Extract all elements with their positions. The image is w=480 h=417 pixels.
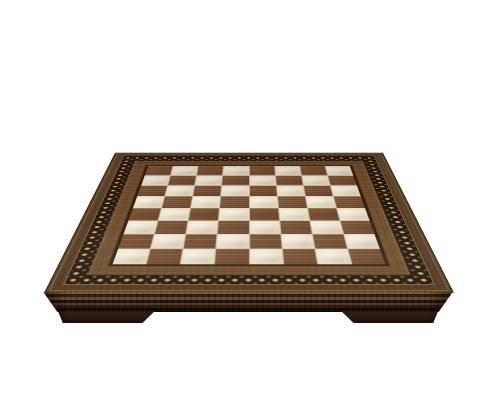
square-b3[interactable] xyxy=(155,221,188,234)
square-c6[interactable] xyxy=(193,186,221,196)
square-b2[interactable] xyxy=(151,234,185,248)
square-e6[interactable] xyxy=(249,186,276,196)
square-d3[interactable] xyxy=(218,221,248,234)
square-f7[interactable] xyxy=(276,176,303,186)
square-h5[interactable] xyxy=(334,197,365,208)
square-c8[interactable] xyxy=(197,166,223,175)
square-f2[interactable] xyxy=(281,234,314,248)
board-inlay-band xyxy=(63,156,435,285)
board-inner-frame xyxy=(87,161,411,275)
square-b6[interactable] xyxy=(165,186,194,196)
square-c5[interactable] xyxy=(191,197,220,208)
board-outer-frame xyxy=(44,153,454,293)
square-e4[interactable] xyxy=(250,208,279,220)
square-a6[interactable] xyxy=(137,186,167,196)
square-g3[interactable] xyxy=(310,221,343,234)
square-g1[interactable] xyxy=(315,249,351,264)
square-b7[interactable] xyxy=(168,176,196,186)
board-grid xyxy=(113,166,386,264)
square-e8[interactable] xyxy=(249,166,274,175)
square-d8[interactable] xyxy=(223,166,248,175)
chessboard xyxy=(44,153,454,293)
square-f4[interactable] xyxy=(279,208,309,220)
square-c4[interactable] xyxy=(189,208,219,220)
square-a1[interactable] xyxy=(113,249,150,264)
board-foot-right xyxy=(341,311,438,323)
square-c3[interactable] xyxy=(187,221,219,234)
square-c2[interactable] xyxy=(184,234,217,248)
square-a2[interactable] xyxy=(118,234,154,248)
board-foot-left xyxy=(58,311,155,323)
square-d5[interactable] xyxy=(220,197,248,208)
square-g4[interactable] xyxy=(308,208,339,220)
square-a8[interactable] xyxy=(145,166,173,175)
square-f1[interactable] xyxy=(282,249,317,264)
square-b8[interactable] xyxy=(171,166,198,175)
square-e3[interactable] xyxy=(250,221,280,234)
square-e5[interactable] xyxy=(249,197,277,208)
square-g2[interactable] xyxy=(313,234,347,248)
square-d6[interactable] xyxy=(221,186,248,196)
square-h6[interactable] xyxy=(331,186,361,196)
square-b5[interactable] xyxy=(162,197,192,208)
square-h7[interactable] xyxy=(328,176,357,186)
square-h3[interactable] xyxy=(340,221,374,234)
square-h1[interactable] xyxy=(348,249,385,264)
square-d4[interactable] xyxy=(219,208,248,220)
square-a5[interactable] xyxy=(133,197,164,208)
square-a3[interactable] xyxy=(124,221,158,234)
square-a4[interactable] xyxy=(129,208,162,220)
square-g6[interactable] xyxy=(304,186,333,196)
square-d1[interactable] xyxy=(215,249,248,264)
square-e7[interactable] xyxy=(249,176,275,186)
square-e1[interactable] xyxy=(250,249,283,264)
square-d7[interactable] xyxy=(222,176,248,186)
square-f8[interactable] xyxy=(275,166,301,175)
square-c7[interactable] xyxy=(195,176,222,186)
square-g7[interactable] xyxy=(302,176,330,186)
square-f3[interactable] xyxy=(280,221,312,234)
square-f6[interactable] xyxy=(277,186,305,196)
square-a7[interactable] xyxy=(141,176,170,186)
square-g5[interactable] xyxy=(306,197,336,208)
square-h4[interactable] xyxy=(337,208,370,220)
square-g8[interactable] xyxy=(300,166,327,175)
square-d2[interactable] xyxy=(217,234,249,248)
square-b4[interactable] xyxy=(159,208,190,220)
square-e2[interactable] xyxy=(250,234,282,248)
square-b1[interactable] xyxy=(147,249,183,264)
product-photo-stage xyxy=(0,0,480,417)
square-h2[interactable] xyxy=(344,234,380,248)
board-front-edge xyxy=(40,292,456,312)
square-c1[interactable] xyxy=(181,249,216,264)
board-grid-frame xyxy=(107,165,391,267)
square-h8[interactable] xyxy=(325,166,353,175)
square-f5[interactable] xyxy=(278,197,307,208)
